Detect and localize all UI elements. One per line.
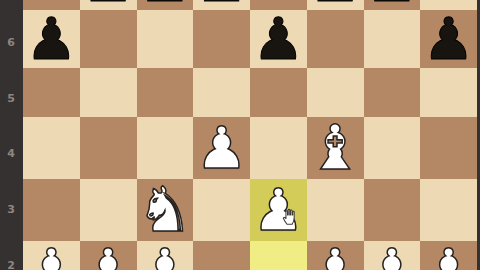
square-a5[interactable] [23,68,80,117]
square-b6[interactable] [80,10,137,68]
square-a6[interactable]: ♟ [23,10,80,68]
rank-label-3: 3 [0,203,22,216]
square-g3[interactable] [364,179,421,241]
square-a3[interactable] [23,179,80,241]
square-e3[interactable]: ♟ [250,179,307,241]
white-pawn-g2[interactable]: ♟ [366,241,418,270]
square-c6[interactable] [137,10,194,68]
black-pawn-d7[interactable]: ♟ [196,0,248,10]
black-pawn-c7[interactable]: ♟ [139,0,191,10]
black-pawn-h6[interactable]: ♟ [423,10,475,68]
square-e2[interactable] [250,241,307,270]
white-pawn-h2[interactable]: ♟ [423,241,475,270]
white-pawn-f2[interactable]: ♟ [309,241,361,270]
square-c7[interactable]: ♟ [137,0,194,10]
white-bishop-f4[interactable]: ♝ [307,117,363,179]
square-c5[interactable] [137,68,194,117]
rank-label-2: 2 [0,258,22,270]
rank-label-5: 5 [0,91,22,104]
rank-label-6: 6 [0,35,22,48]
square-d7[interactable]: ♟ [193,0,250,10]
square-h3[interactable] [420,179,477,241]
black-pawn-f7[interactable]: ♟ [309,0,361,10]
square-h5[interactable] [420,68,477,117]
square-f2[interactable]: ♟ [307,241,364,270]
square-g2[interactable]: ♟ [364,241,421,270]
white-pawn-a2[interactable]: ♟ [25,241,77,270]
square-b4[interactable] [80,117,137,179]
square-d6[interactable] [193,10,250,68]
square-e5[interactable] [250,68,307,117]
square-d3[interactable] [193,179,250,241]
square-b5[interactable] [80,68,137,117]
black-pawn-b7[interactable]: ♟ [82,0,134,10]
square-h2[interactable]: ♟ [420,241,477,270]
square-f3[interactable] [307,179,364,241]
square-f5[interactable] [307,68,364,117]
square-d2[interactable] [193,241,250,270]
square-g5[interactable] [364,68,421,117]
white-knight-c3[interactable]: ♞ [137,179,193,241]
white-pawn-e3[interactable]: ♟ [252,181,304,239]
chess-board[interactable]: ♟♟♟♟♟♟♟♟♟♝♞♟♟♟♟♟♟♟ [23,0,477,270]
square-g7[interactable]: ♟ [364,0,421,10]
square-e6[interactable]: ♟ [250,10,307,68]
rank-label-4: 4 [0,147,22,160]
white-pawn-d4[interactable]: ♟ [196,119,248,177]
white-pawn-b2[interactable]: ♟ [82,241,134,270]
square-b3[interactable] [80,179,137,241]
square-d4[interactable]: ♟ [193,117,250,179]
square-h4[interactable] [420,117,477,179]
black-pawn-e6[interactable]: ♟ [252,10,304,68]
square-g6[interactable] [364,10,421,68]
square-f6[interactable] [307,10,364,68]
square-c2[interactable]: ♟ [137,241,194,270]
square-a4[interactable] [23,117,80,179]
square-e4[interactable] [250,117,307,179]
square-c4[interactable] [137,117,194,179]
square-f4[interactable]: ♝ [307,117,364,179]
square-g4[interactable] [364,117,421,179]
square-b2[interactable]: ♟ [80,241,137,270]
black-pawn-a6[interactable]: ♟ [25,10,77,68]
white-pawn-c2[interactable]: ♟ [139,241,191,270]
square-a2[interactable]: ♟ [23,241,80,270]
square-d5[interactable] [193,68,250,117]
square-h6[interactable]: ♟ [420,10,477,68]
black-pawn-g7[interactable]: ♟ [366,0,418,10]
square-f7[interactable]: ♟ [307,0,364,10]
square-b7[interactable]: ♟ [80,0,137,10]
square-c3[interactable]: ♞ [137,179,194,241]
